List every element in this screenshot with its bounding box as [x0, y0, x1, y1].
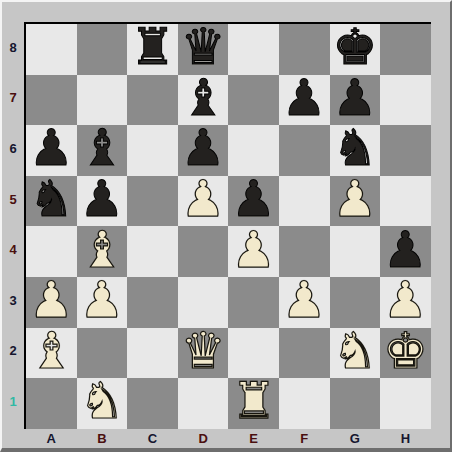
square-b3[interactable]: ♟ [77, 277, 128, 328]
square-c3[interactable] [127, 277, 178, 328]
square-g3[interactable] [330, 277, 381, 328]
square-a4[interactable] [26, 226, 77, 277]
square-e3[interactable] [228, 277, 279, 328]
square-f8[interactable] [279, 24, 330, 75]
square-b4[interactable]: ♝ [77, 226, 128, 277]
square-g5[interactable]: ♟ [330, 176, 381, 227]
square-d1[interactable] [178, 378, 229, 429]
square-d8[interactable]: ♛ [178, 24, 229, 75]
piece-black-pawn-a6[interactable]: ♟ [29, 123, 74, 173]
rank-label-7: 7 [2, 73, 24, 124]
square-b7[interactable] [77, 75, 128, 126]
piece-black-pawn-h4[interactable]: ♟ [383, 225, 428, 275]
piece-black-pawn-b5[interactable]: ♟ [79, 174, 124, 224]
square-d5[interactable]: ♟ [178, 176, 229, 227]
file-label-h: H [380, 429, 431, 448]
square-d6[interactable]: ♟ [178, 125, 229, 176]
square-f2[interactable] [279, 328, 330, 379]
square-c8[interactable]: ♜ [127, 24, 178, 75]
rank-label-8: 8 [2, 22, 24, 73]
square-f7[interactable]: ♟ [279, 75, 330, 126]
square-a7[interactable] [26, 75, 77, 126]
piece-white-knight-g2[interactable]: ♞ [332, 326, 377, 376]
rank-label-6: 6 [2, 123, 24, 174]
square-h8[interactable] [380, 24, 431, 75]
square-e1[interactable]: ♜ [228, 378, 279, 429]
square-c6[interactable] [127, 125, 178, 176]
square-f6[interactable] [279, 125, 330, 176]
square-e2[interactable] [228, 328, 279, 379]
square-b1[interactable]: ♞ [77, 378, 128, 429]
square-e7[interactable] [228, 75, 279, 126]
file-label-g: G [330, 429, 381, 448]
piece-white-knight-b1[interactable]: ♞ [79, 376, 124, 426]
square-h7[interactable] [380, 75, 431, 126]
piece-black-king-g8[interactable]: ♚ [332, 22, 377, 72]
piece-white-bishop-b4[interactable]: ♝ [79, 225, 124, 275]
file-labels: ABCDEFGH [26, 429, 431, 448]
piece-black-knight-g6[interactable]: ♞ [332, 123, 377, 173]
rank-label-4: 4 [2, 224, 24, 275]
rank-labels: 87654321 [2, 22, 24, 427]
square-h6[interactable] [380, 125, 431, 176]
square-a5[interactable]: ♞ [26, 176, 77, 227]
file-label-a: A [26, 429, 77, 448]
square-a3[interactable]: ♟ [26, 277, 77, 328]
piece-black-pawn-d6[interactable]: ♟ [181, 123, 226, 173]
rank-label-1: 1 [2, 376, 24, 427]
square-g1[interactable] [330, 378, 381, 429]
square-c5[interactable] [127, 176, 178, 227]
piece-white-queen-d2[interactable]: ♛ [181, 326, 226, 376]
piece-white-pawn-e4[interactable]: ♟ [231, 225, 276, 275]
file-label-f: F [279, 429, 330, 448]
square-c2[interactable] [127, 328, 178, 379]
square-h5[interactable] [380, 176, 431, 227]
square-g7[interactable]: ♟ [330, 75, 381, 126]
square-d4[interactable] [178, 226, 229, 277]
square-g8[interactable]: ♚ [330, 24, 381, 75]
square-f1[interactable] [279, 378, 330, 429]
square-h3[interactable]: ♟ [380, 277, 431, 328]
square-g6[interactable]: ♞ [330, 125, 381, 176]
file-label-d: D [178, 429, 229, 448]
piece-white-pawn-a3[interactable]: ♟ [29, 275, 74, 325]
file-label-e: E [228, 429, 279, 448]
square-a2[interactable]: ♝ [26, 328, 77, 379]
piece-white-pawn-b3[interactable]: ♟ [79, 275, 124, 325]
piece-black-pawn-g7[interactable]: ♟ [332, 73, 377, 123]
piece-white-rook-e1[interactable]: ♜ [231, 376, 276, 426]
square-b8[interactable] [77, 24, 128, 75]
rank-label-5: 5 [2, 174, 24, 225]
piece-black-bishop-d7[interactable]: ♝ [181, 73, 226, 123]
piece-black-queen-d8[interactable]: ♛ [181, 22, 226, 72]
square-e4[interactable]: ♟ [228, 226, 279, 277]
square-e6[interactable] [228, 125, 279, 176]
square-c1[interactable] [127, 378, 178, 429]
piece-white-king-h2[interactable]: ♚ [383, 326, 428, 376]
square-c4[interactable] [127, 226, 178, 277]
square-a8[interactable] [26, 24, 77, 75]
square-g4[interactable] [330, 226, 381, 277]
file-label-b: B [77, 429, 128, 448]
rank-label-2: 2 [2, 326, 24, 377]
square-h4[interactable]: ♟ [380, 226, 431, 277]
piece-black-pawn-f7[interactable]: ♟ [282, 73, 327, 123]
square-f3[interactable]: ♟ [279, 277, 330, 328]
piece-white-pawn-h3[interactable]: ♟ [383, 275, 428, 325]
chess-diagram-panel: 87654321 ♜♛♚♝♟♟♟♝♟♞♞♟♟♟♟♝♟♟♟♟♟♟♝♛♞♚♞♜ AB… [0, 0, 452, 452]
rank-label-3: 3 [2, 275, 24, 326]
piece-white-pawn-d5[interactable]: ♟ [181, 174, 226, 224]
piece-black-rook-c8[interactable]: ♜ [130, 22, 175, 72]
piece-white-pawn-g5[interactable]: ♟ [332, 174, 377, 224]
square-h2[interactable]: ♚ [380, 328, 431, 379]
square-d3[interactable] [178, 277, 229, 328]
piece-black-bishop-b6[interactable]: ♝ [79, 123, 124, 173]
square-b5[interactable]: ♟ [77, 176, 128, 227]
piece-white-bishop-a2[interactable]: ♝ [29, 326, 74, 376]
square-h1[interactable] [380, 378, 431, 429]
square-e8[interactable] [228, 24, 279, 75]
piece-black-pawn-e5[interactable]: ♟ [231, 174, 276, 224]
square-c7[interactable] [127, 75, 178, 126]
piece-white-pawn-f3[interactable]: ♟ [282, 275, 327, 325]
square-g2[interactable]: ♞ [330, 328, 381, 379]
square-f4[interactable] [279, 226, 330, 277]
square-d2[interactable]: ♛ [178, 328, 229, 379]
piece-black-knight-a5[interactable]: ♞ [29, 174, 74, 224]
chess-board: ♜♛♚♝♟♟♟♝♟♞♞♟♟♟♟♝♟♟♟♟♟♟♝♛♞♚♞♜ [24, 22, 431, 429]
file-label-c: C [127, 429, 178, 448]
square-f5[interactable] [279, 176, 330, 227]
square-a6[interactable]: ♟ [26, 125, 77, 176]
square-e5[interactable]: ♟ [228, 176, 279, 227]
square-a1[interactable] [26, 378, 77, 429]
square-b6[interactable]: ♝ [77, 125, 128, 176]
square-b2[interactable] [77, 328, 128, 379]
square-d7[interactable]: ♝ [178, 75, 229, 126]
